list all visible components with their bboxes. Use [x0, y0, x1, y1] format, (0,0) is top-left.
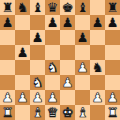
piece-black-pawn[interactable]: ♟ — [77, 30, 89, 45]
square-f2[interactable] — [75, 90, 90, 105]
square-e6[interactable] — [60, 30, 75, 45]
square-a2[interactable]: ♟ — [0, 90, 15, 105]
square-c6[interactable]: ♟ — [30, 30, 45, 45]
square-f1[interactable]: ♝ — [75, 105, 90, 120]
piece-white-pawn[interactable]: ♟ — [107, 90, 119, 105]
piece-black-pawn[interactable]: ♟ — [47, 15, 59, 30]
square-f3[interactable] — [75, 75, 90, 90]
square-a3[interactable] — [0, 75, 15, 90]
square-b1[interactable] — [15, 105, 30, 120]
square-d2[interactable]: ♟ — [45, 90, 60, 105]
piece-black-pawn[interactable]: ♟ — [107, 15, 119, 30]
piece-black-pawn[interactable]: ♟ — [2, 15, 14, 30]
square-b6[interactable] — [15, 30, 30, 45]
square-g1[interactable] — [90, 105, 105, 120]
square-e8[interactable]: ♚ — [60, 0, 75, 15]
square-a7[interactable]: ♟ — [0, 15, 15, 30]
square-c5[interactable] — [30, 45, 45, 60]
square-b8[interactable]: ♞ — [15, 0, 30, 15]
piece-white-queen[interactable]: ♛ — [47, 105, 59, 120]
square-d7[interactable]: ♟ — [45, 15, 60, 30]
piece-white-knight[interactable]: ♞ — [47, 60, 59, 75]
square-b7[interactable] — [15, 15, 30, 30]
piece-white-pawn[interactable]: ♟ — [92, 90, 104, 105]
square-f6[interactable]: ♟ — [75, 30, 90, 45]
square-h7[interactable]: ♟ — [105, 15, 120, 30]
piece-black-pawn[interactable]: ♟ — [17, 45, 29, 60]
square-e5[interactable] — [60, 45, 75, 60]
piece-black-pawn[interactable]: ♟ — [32, 30, 44, 45]
square-e4[interactable] — [60, 60, 75, 75]
square-b2[interactable]: ♟ — [15, 90, 30, 105]
piece-black-knight[interactable]: ♞ — [92, 60, 104, 75]
piece-white-bishop[interactable]: ♝ — [77, 105, 89, 120]
square-h4[interactable] — [105, 60, 120, 75]
piece-white-pawn[interactable]: ♟ — [2, 90, 14, 105]
piece-black-pawn[interactable]: ♟ — [62, 15, 74, 30]
square-f4[interactable]: ♟ — [75, 60, 90, 75]
square-h1[interactable]: ♜ — [105, 105, 120, 120]
square-d4[interactable]: ♞ — [45, 60, 60, 75]
piece-white-bishop[interactable]: ♝ — [32, 105, 44, 120]
square-d6[interactable] — [45, 30, 60, 45]
piece-white-rook[interactable]: ♜ — [107, 105, 119, 120]
piece-black-rook[interactable]: ♜ — [2, 0, 14, 15]
square-c8[interactable]: ♝ — [30, 0, 45, 15]
piece-white-pawn[interactable]: ♟ — [17, 90, 29, 105]
square-h8[interactable]: ♜ — [105, 0, 120, 15]
square-c7[interactable] — [30, 15, 45, 30]
square-g2[interactable]: ♟ — [90, 90, 105, 105]
piece-black-rook[interactable]: ♜ — [107, 0, 119, 15]
square-g8[interactable] — [90, 0, 105, 15]
chess-board: ♜♞♝♛♚♝♜♟♟♟♟♟♟♟♟♞♟♞♞♟♟♟♟♟♟♟♜♝♛♚♝♜ — [0, 0, 120, 120]
square-e1[interactable]: ♚ — [60, 105, 75, 120]
square-g4[interactable]: ♞ — [90, 60, 105, 75]
square-c1[interactable]: ♝ — [30, 105, 45, 120]
piece-black-king[interactable]: ♚ — [62, 0, 74, 15]
square-h6[interactable] — [105, 30, 120, 45]
piece-white-pawn[interactable]: ♟ — [62, 75, 74, 90]
square-d1[interactable]: ♛ — [45, 105, 60, 120]
square-g6[interactable] — [90, 30, 105, 45]
square-e3[interactable]: ♟ — [60, 75, 75, 90]
square-f8[interactable]: ♝ — [75, 0, 90, 15]
square-a6[interactable] — [0, 30, 15, 45]
square-d5[interactable] — [45, 45, 60, 60]
square-a4[interactable] — [0, 60, 15, 75]
square-d3[interactable] — [45, 75, 60, 90]
piece-white-king[interactable]: ♚ — [62, 105, 74, 120]
piece-white-rook[interactable]: ♜ — [2, 105, 14, 120]
square-g7[interactable]: ♟ — [90, 15, 105, 30]
square-a5[interactable] — [0, 45, 15, 60]
square-g3[interactable] — [90, 75, 105, 90]
square-b5[interactable]: ♟ — [15, 45, 30, 60]
piece-white-knight[interactable]: ♞ — [32, 75, 44, 90]
piece-black-bishop[interactable]: ♝ — [77, 0, 89, 15]
square-h5[interactable] — [105, 45, 120, 60]
square-h3[interactable] — [105, 75, 120, 90]
square-f7[interactable] — [75, 15, 90, 30]
square-c2[interactable]: ♟ — [30, 90, 45, 105]
square-d8[interactable]: ♛ — [45, 0, 60, 15]
piece-black-knight[interactable]: ♞ — [17, 0, 29, 15]
piece-black-queen[interactable]: ♛ — [47, 0, 59, 15]
square-f5[interactable] — [75, 45, 90, 60]
square-c3[interactable]: ♞ — [30, 75, 45, 90]
square-g5[interactable] — [90, 45, 105, 60]
square-c4[interactable] — [30, 60, 45, 75]
square-a8[interactable]: ♜ — [0, 0, 15, 15]
piece-white-pawn[interactable]: ♟ — [32, 90, 44, 105]
piece-white-pawn[interactable]: ♟ — [47, 90, 59, 105]
piece-black-bishop[interactable]: ♝ — [32, 0, 44, 15]
piece-white-pawn[interactable]: ♟ — [77, 60, 89, 75]
square-a1[interactable]: ♜ — [0, 105, 15, 120]
piece-black-pawn[interactable]: ♟ — [92, 15, 104, 30]
square-b4[interactable] — [15, 60, 30, 75]
square-e7[interactable]: ♟ — [60, 15, 75, 30]
square-e2[interactable] — [60, 90, 75, 105]
square-b3[interactable] — [15, 75, 30, 90]
square-h2[interactable]: ♟ — [105, 90, 120, 105]
